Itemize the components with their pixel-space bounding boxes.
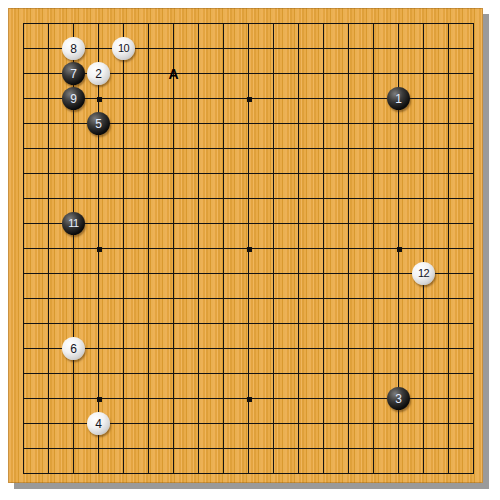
stone-number: 4 <box>95 418 102 430</box>
stone-number: 2 <box>95 68 102 80</box>
stone-8-C18[interactable]: 8 <box>62 37 85 60</box>
star-point <box>247 397 252 402</box>
go-board[interactable]: 123456789101112A <box>8 8 483 483</box>
stone-number: 6 <box>70 343 77 355</box>
star-point <box>97 247 102 252</box>
stone-number: 7 <box>70 68 77 80</box>
star-point <box>97 397 102 402</box>
stone-2-D17[interactable]: 2 <box>87 62 110 85</box>
star-point <box>247 247 252 252</box>
stone-11-C11[interactable]: 11 <box>62 212 85 235</box>
stone-number: 1 <box>395 93 402 105</box>
stone-3-Q4[interactable]: 3 <box>387 387 410 410</box>
stone-number: 10 <box>118 43 129 54</box>
stone-number: 9 <box>70 93 77 105</box>
star-point <box>247 97 252 102</box>
stone-number: 5 <box>95 118 102 130</box>
stone-number: 3 <box>395 393 402 405</box>
stone-number: 11 <box>68 218 78 229</box>
star-point <box>97 97 102 102</box>
go-diagram-page: 123456789101112A <box>0 0 500 500</box>
stone-7-C17[interactable]: 7 <box>62 62 85 85</box>
star-point <box>397 247 402 252</box>
stone-5-D15[interactable]: 5 <box>87 112 110 135</box>
stone-10-E18[interactable]: 10 <box>112 37 135 60</box>
stone-4-D3[interactable]: 4 <box>87 412 110 435</box>
stone-9-C16[interactable]: 9 <box>62 87 85 110</box>
stone-6-C6[interactable]: 6 <box>62 337 85 360</box>
stone-number: 8 <box>70 43 77 55</box>
point-label-A[interactable]: A <box>165 65 183 83</box>
stone-number: 12 <box>418 268 429 279</box>
stone-1-Q16[interactable]: 1 <box>387 87 410 110</box>
stone-12-R9[interactable]: 12 <box>412 262 435 285</box>
